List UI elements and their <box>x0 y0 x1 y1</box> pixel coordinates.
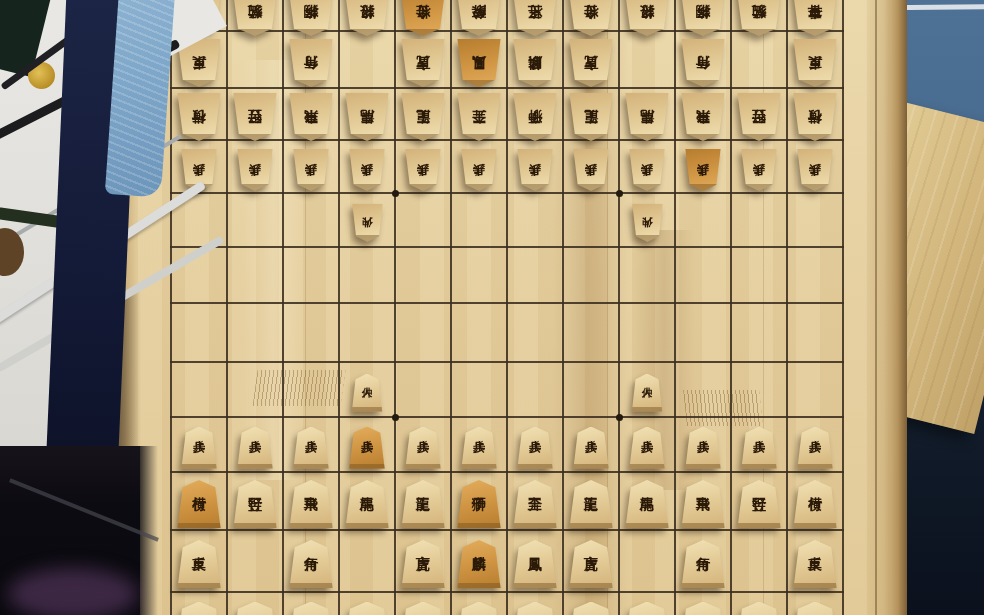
grid-line-horizontal <box>170 591 844 593</box>
piece-sente-歩兵[interactable]: 歩兵 <box>237 427 273 469</box>
grid-line-horizontal <box>170 192 844 194</box>
piece-sente-竪行[interactable]: 竪行 <box>233 480 277 528</box>
grid-line-horizontal <box>170 471 844 473</box>
piece-gote-金将[interactable]: 金将 <box>400 0 446 36</box>
purple-glow <box>8 568 138 615</box>
piece-gote-飛車[interactable]: 飛車 <box>289 93 333 141</box>
piece-gote-龍馬[interactable]: 龍馬 <box>345 93 389 141</box>
piece-sente-香車[interactable]: 香車 <box>176 602 222 615</box>
piece-gote-奔王[interactable]: 奔王 <box>457 93 501 141</box>
grid-line-vertical <box>730 0 732 615</box>
grid-line-horizontal <box>170 416 844 418</box>
piece-sente-角行[interactable]: 角行 <box>289 540 333 588</box>
piece-gote-仲人[interactable]: 仲人 <box>632 204 663 242</box>
piece-gote-猛豹[interactable]: 猛豹 <box>232 0 278 36</box>
piece-sente-仲人[interactable]: 仲人 <box>632 374 663 412</box>
piece-sente-飛車[interactable]: 飛車 <box>289 480 333 528</box>
piece-gote-横行[interactable]: 横行 <box>793 93 837 141</box>
piece-gote-歩兵[interactable]: 歩兵 <box>405 149 441 191</box>
grid-line-horizontal <box>170 246 844 248</box>
piece-gote-銀将[interactable]: 銀将 <box>624 0 670 36</box>
piece-sente-猛豹[interactable]: 猛豹 <box>736 602 782 615</box>
piece-sente-歩兵[interactable]: 歩兵 <box>685 427 721 469</box>
piece-gote-仲人[interactable]: 仲人 <box>352 204 383 242</box>
piece-sente-銀将[interactable]: 銀将 <box>624 602 670 615</box>
piece-sente-盲虎[interactable]: 盲虎 <box>569 540 613 588</box>
grid-line-horizontal <box>170 529 844 531</box>
piece-gote-醉象[interactable]: 醉象 <box>456 0 502 36</box>
piece-gote-麒麟[interactable]: 麒麟 <box>513 39 557 87</box>
star-point <box>616 414 623 421</box>
piece-gote-王将[interactable]: 王将 <box>512 0 558 36</box>
piece-gote-角行[interactable]: 角行 <box>681 39 725 87</box>
piece-sente-角行[interactable]: 角行 <box>681 540 725 588</box>
piece-sente-醉象[interactable]: 醉象 <box>512 602 558 615</box>
piece-gote-金将[interactable]: 金将 <box>568 0 614 36</box>
piece-gote-銅将[interactable]: 銅将 <box>288 0 334 36</box>
piece-sente-歩兵[interactable]: 歩兵 <box>349 427 385 469</box>
grid-line-vertical <box>338 0 340 615</box>
piece-sente-歩兵[interactable]: 歩兵 <box>293 427 329 469</box>
piece-gote-横行[interactable]: 横行 <box>177 93 221 141</box>
piece-sente-竪行[interactable]: 竪行 <box>737 480 781 528</box>
piece-gote-竪行[interactable]: 竪行 <box>737 93 781 141</box>
piece-sente-猛豹[interactable]: 猛豹 <box>232 602 278 615</box>
piece-gote-銀将[interactable]: 銀将 <box>344 0 390 36</box>
piece-gote-龍王[interactable]: 龍王 <box>569 93 613 141</box>
piece-gote-猛豹[interactable]: 猛豹 <box>736 0 782 36</box>
grid-line-vertical <box>282 0 284 615</box>
piece-sente-鳳凰[interactable]: 鳳凰 <box>513 540 557 588</box>
piece-gote-獅子[interactable]: 獅子 <box>513 93 557 141</box>
grid-line-vertical <box>226 0 228 615</box>
grid-line-vertical <box>506 0 508 615</box>
piece-gote-歩兵[interactable]: 歩兵 <box>461 149 497 191</box>
piece-gote-龍王[interactable]: 龍王 <box>401 93 445 141</box>
shadow-fade <box>140 446 158 615</box>
piece-gote-歩兵[interactable]: 歩兵 <box>629 149 665 191</box>
piece-sente-麒麟[interactable]: 麒麟 <box>457 540 501 588</box>
piece-gote-龍馬[interactable]: 龍馬 <box>625 93 669 141</box>
piece-sente-龍馬[interactable]: 龍馬 <box>625 480 669 528</box>
grid-line-vertical <box>786 0 788 615</box>
piece-sente-歩兵[interactable]: 歩兵 <box>629 427 665 469</box>
grid-line-vertical <box>842 0 844 615</box>
piece-sente-奔王[interactable]: 奔王 <box>513 480 557 528</box>
piece-sente-歩兵[interactable]: 歩兵 <box>461 427 497 469</box>
grid-line-vertical <box>674 0 676 615</box>
piece-sente-歩兵[interactable]: 歩兵 <box>741 427 777 469</box>
piece-sente-反車[interactable]: 反車 <box>793 540 837 588</box>
piece-gote-歩兵[interactable]: 歩兵 <box>517 149 553 191</box>
grid-line-horizontal <box>170 361 844 363</box>
piece-sente-反車[interactable]: 反車 <box>177 540 221 588</box>
piece-sente-盲虎[interactable]: 盲虎 <box>401 540 445 588</box>
grid-line-vertical <box>394 0 396 615</box>
piece-gote-盲虎[interactable]: 盲虎 <box>569 39 613 87</box>
piece-sente-香車[interactable]: 香車 <box>792 602 838 615</box>
piece-sente-歩兵[interactable]: 歩兵 <box>181 427 217 469</box>
piece-gote-歩兵[interactable]: 歩兵 <box>237 149 273 191</box>
piece-sente-歩兵[interactable]: 歩兵 <box>517 427 553 469</box>
piece-sente-龍馬[interactable]: 龍馬 <box>345 480 389 528</box>
piece-sente-王将[interactable]: 王将 <box>456 602 502 615</box>
piece-gote-歩兵[interactable]: 歩兵 <box>797 149 833 191</box>
piece-gote-香車[interactable]: 香車 <box>792 0 838 36</box>
piece-gote-歩兵[interactable]: 歩兵 <box>293 149 329 191</box>
piece-sente-歩兵[interactable]: 歩兵 <box>797 427 833 469</box>
piece-gote-歩兵[interactable]: 歩兵 <box>741 149 777 191</box>
grid-line-horizontal <box>170 302 844 304</box>
piece-gote-鳳凰[interactable]: 鳳凰 <box>457 39 501 87</box>
piece-sente-歩兵[interactable]: 歩兵 <box>573 427 609 469</box>
piece-sente-横行[interactable]: 横行 <box>177 480 221 528</box>
piece-sente-飛車[interactable]: 飛車 <box>681 480 725 528</box>
piece-gote-銅将[interactable]: 銅将 <box>680 0 726 36</box>
piece-gote-反車[interactable]: 反車 <box>793 39 837 87</box>
grid-line-vertical <box>562 0 564 615</box>
piece-sente-金将[interactable]: 金将 <box>400 602 446 615</box>
piece-gote-竪行[interactable]: 竪行 <box>233 93 277 141</box>
piece-gote-飛車[interactable]: 飛車 <box>681 93 725 141</box>
piece-sente-仲人[interactable]: 仲人 <box>352 374 383 412</box>
grid-line-vertical <box>618 0 620 615</box>
piece-sente-横行[interactable]: 横行 <box>793 480 837 528</box>
piece-sente-龍王[interactable]: 龍王 <box>569 480 613 528</box>
grid-line-horizontal <box>170 87 844 89</box>
piece-sente-銀将[interactable]: 銀将 <box>344 602 390 615</box>
piece-gote-歩兵[interactable]: 歩兵 <box>685 149 721 191</box>
piece-sente-龍王[interactable]: 龍王 <box>401 480 445 528</box>
piece-gote-盲虎[interactable]: 盲虎 <box>401 39 445 87</box>
piece-sente-金将[interactable]: 金将 <box>568 602 614 615</box>
star-point <box>616 190 623 197</box>
grid-line-vertical <box>450 0 452 615</box>
piece-sente-獅子[interactable]: 獅子 <box>457 480 501 528</box>
piece-gote-歩兵[interactable]: 歩兵 <box>573 149 609 191</box>
photo-canvas: 香車猛豹銅将銀将金将醉象王将金将銀将銅将猛豹香車反車角行盲虎鳳凰麒麟盲虎角行反車… <box>0 0 984 615</box>
piece-gote-角行[interactable]: 角行 <box>289 39 333 87</box>
star-point <box>392 414 399 421</box>
piece-sente-歩兵[interactable]: 歩兵 <box>405 427 441 469</box>
piece-sente-銅将[interactable]: 銅将 <box>680 602 726 615</box>
piece-gote-歩兵[interactable]: 歩兵 <box>349 149 385 191</box>
piece-sente-銅将[interactable]: 銅将 <box>288 602 334 615</box>
star-point <box>392 190 399 197</box>
grid-line-vertical <box>170 0 172 615</box>
